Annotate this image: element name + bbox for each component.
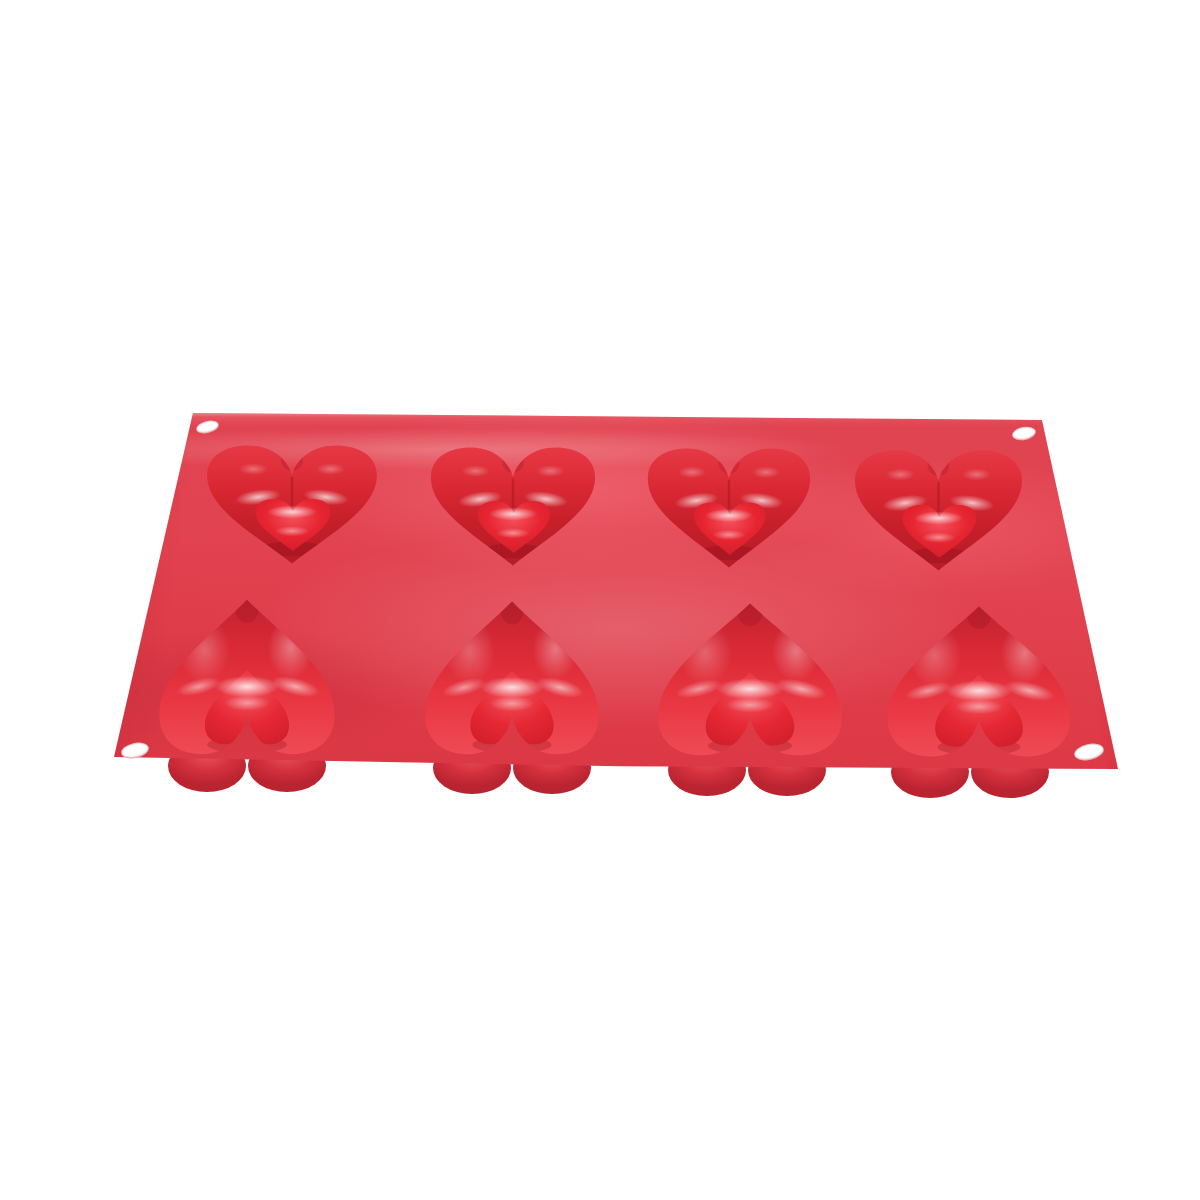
heart-cavity-front-2 — [418, 592, 606, 760]
product-photo — [0, 0, 1200, 1200]
silicone-heart-mold — [0, 0, 1200, 1200]
heart-cavity-back-3 — [641, 444, 817, 575]
heart-cavity-back-1 — [200, 441, 384, 571]
heart-cavity-front-1 — [152, 590, 342, 760]
heart-cavity-front-3 — [650, 594, 850, 761]
heart-cavity-back-4 — [848, 446, 1029, 578]
heart-cavity-front-4 — [880, 597, 1078, 762]
heart-cavity-back-2 — [424, 443, 602, 573]
